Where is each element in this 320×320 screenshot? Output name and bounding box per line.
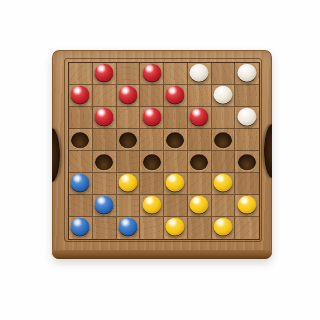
square-r4c6	[188, 129, 212, 151]
square-r8c4	[140, 217, 164, 239]
square-r6c4	[140, 173, 164, 195]
white-peg[interactable]	[190, 63, 209, 81]
square-r4c2	[93, 129, 117, 151]
photo-background	[0, 0, 320, 320]
square-r8c8	[235, 217, 259, 239]
square-r1c7	[212, 63, 236, 85]
square-r2c8	[235, 85, 259, 107]
board-grid	[68, 62, 260, 240]
red-peg[interactable]	[95, 63, 114, 81]
square-r1c6[interactable]	[188, 63, 212, 85]
square-r2c4	[140, 85, 164, 107]
square-r6c6	[188, 173, 212, 195]
white-peg[interactable]	[213, 85, 232, 103]
peg-hole	[214, 132, 232, 148]
square-r6c2	[93, 173, 117, 195]
square-r6c5[interactable]	[164, 173, 188, 195]
square-r5c1	[69, 151, 93, 173]
square-r5c8[interactable]	[235, 151, 259, 173]
red-peg[interactable]	[190, 107, 209, 125]
yellow-peg[interactable]	[190, 195, 209, 213]
blue-peg[interactable]	[71, 218, 90, 236]
blue-peg[interactable]	[118, 218, 137, 236]
square-r5c3	[117, 151, 141, 173]
square-r5c2[interactable]	[93, 151, 117, 173]
left-finger-notch	[52, 128, 60, 182]
square-r2c6	[188, 85, 212, 107]
square-r3c8[interactable]	[235, 107, 259, 129]
peg-hole	[95, 154, 113, 170]
square-r1c5	[164, 63, 188, 85]
yellow-peg[interactable]	[118, 173, 137, 191]
square-r2c5[interactable]	[164, 85, 188, 107]
square-r2c1[interactable]	[69, 85, 93, 107]
square-r7c3	[117, 195, 141, 217]
blue-peg[interactable]	[71, 173, 90, 191]
yellow-peg[interactable]	[166, 173, 185, 191]
square-r2c2	[93, 85, 117, 107]
square-r5c7	[212, 151, 236, 173]
square-r4c7[interactable]	[212, 129, 236, 151]
red-peg[interactable]	[142, 63, 161, 81]
square-r2c3[interactable]	[117, 85, 141, 107]
red-peg[interactable]	[71, 85, 90, 103]
square-r4c8	[235, 129, 259, 151]
red-peg[interactable]	[95, 107, 114, 125]
checkers-board	[52, 50, 272, 259]
square-r3c4[interactable]	[140, 107, 164, 129]
square-r3c2[interactable]	[93, 107, 117, 129]
square-r3c3	[117, 107, 141, 129]
square-r4c1[interactable]	[69, 129, 93, 151]
peg-hole	[71, 132, 89, 148]
board-front-edge	[52, 250, 272, 259]
square-r8c3[interactable]	[117, 217, 141, 239]
square-r3c7	[212, 107, 236, 129]
red-peg[interactable]	[118, 85, 137, 103]
square-r8c7[interactable]	[212, 217, 236, 239]
right-finger-notch	[264, 124, 272, 178]
square-r4c5[interactable]	[164, 129, 188, 151]
peg-hole	[143, 154, 161, 170]
square-r5c5	[164, 151, 188, 173]
square-r2c7[interactable]	[212, 85, 236, 107]
square-r7c4[interactable]	[140, 195, 164, 217]
white-peg[interactable]	[238, 107, 257, 125]
square-r8c5[interactable]	[164, 217, 188, 239]
square-r8c1[interactable]	[69, 217, 93, 239]
red-peg[interactable]	[166, 85, 185, 103]
square-r1c2[interactable]	[93, 63, 117, 85]
square-r7c5	[164, 195, 188, 217]
square-r3c6[interactable]	[188, 107, 212, 129]
square-r6c8	[235, 173, 259, 195]
square-r7c2[interactable]	[93, 195, 117, 217]
square-r7c1	[69, 195, 93, 217]
peg-hole	[190, 154, 208, 170]
square-r6c1[interactable]	[69, 173, 93, 195]
square-r1c1	[69, 63, 93, 85]
square-r3c5	[164, 107, 188, 129]
square-r7c6[interactable]	[188, 195, 212, 217]
square-r4c3[interactable]	[117, 129, 141, 151]
square-r8c6	[188, 217, 212, 239]
yellow-peg[interactable]	[213, 218, 232, 236]
square-r1c8[interactable]	[235, 63, 259, 85]
white-peg[interactable]	[238, 63, 257, 81]
square-r4c4	[140, 129, 164, 151]
square-r5c4[interactable]	[140, 151, 164, 173]
square-r6c3[interactable]	[117, 173, 141, 195]
square-r8c2	[93, 217, 117, 239]
square-r1c4[interactable]	[140, 63, 164, 85]
peg-hole	[119, 132, 137, 148]
square-r7c8[interactable]	[235, 195, 259, 217]
square-r7c7	[212, 195, 236, 217]
yellow-peg[interactable]	[213, 173, 232, 191]
red-peg[interactable]	[142, 107, 161, 125]
peg-hole	[238, 154, 256, 170]
yellow-peg[interactable]	[142, 195, 161, 213]
square-r5c6[interactable]	[188, 151, 212, 173]
peg-hole	[166, 132, 184, 148]
yellow-peg[interactable]	[166, 218, 185, 236]
square-r1c3	[117, 63, 141, 85]
yellow-peg[interactable]	[238, 195, 257, 213]
blue-peg[interactable]	[95, 195, 114, 213]
square-r3c1	[69, 107, 93, 129]
square-r6c7[interactable]	[212, 173, 236, 195]
